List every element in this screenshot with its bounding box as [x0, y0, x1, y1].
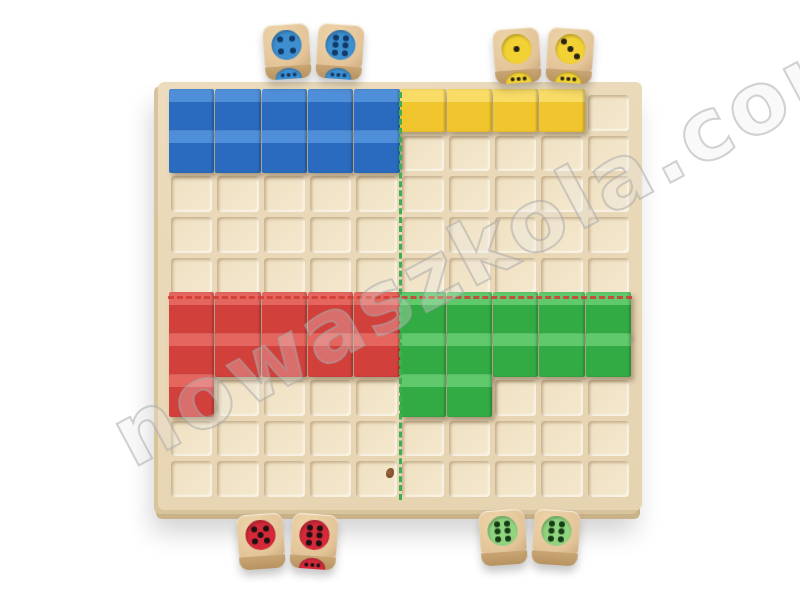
cell-r8c1 [171, 380, 212, 416]
horizontal-dashed-divider [168, 296, 632, 299]
blue-die-6 [315, 22, 365, 80]
die-pip [505, 535, 511, 541]
green-cube [493, 333, 538, 377]
cell-r10c4 [310, 461, 351, 497]
cell-r5c5 [356, 258, 397, 294]
die-pip [558, 536, 564, 542]
cell-r6c7 [449, 299, 490, 335]
cell-r8c10 [588, 380, 629, 416]
die-pip [494, 528, 500, 534]
cell-r9c9 [541, 421, 582, 457]
yellow-die-1 [492, 26, 542, 84]
cell-r2c9 [541, 136, 582, 172]
cell-r8c3 [264, 380, 305, 416]
cell-r3c6 [402, 176, 443, 212]
cell-r6c3 [264, 299, 305, 335]
die-pip [494, 521, 500, 527]
die-pip [567, 46, 573, 52]
cell-r9c4 [310, 421, 351, 457]
green-cube [447, 333, 492, 377]
blue-cube [215, 89, 260, 133]
cell-r4c2 [217, 217, 258, 253]
blue-cube [169, 89, 214, 133]
cell-r8c8 [495, 380, 536, 416]
cell-r7c10 [588, 339, 629, 375]
game-board [158, 82, 642, 510]
blue-die-front-face [275, 67, 302, 80]
blue-cube [354, 130, 399, 174]
yellow-die-front-face [505, 71, 532, 84]
cell-r1c8 [495, 95, 536, 131]
cell-r7c5 [356, 339, 397, 375]
die-pip [511, 77, 515, 81]
blue-cube [169, 130, 214, 174]
cell-r3c1 [171, 176, 212, 212]
cell-r4c1 [171, 217, 212, 253]
cell-r2c6 [402, 136, 443, 172]
blue-cube [308, 130, 353, 174]
yellow-dice-pair [494, 28, 593, 83]
green-cube [447, 374, 492, 418]
cell-r5c7 [449, 258, 490, 294]
red-cube [215, 333, 260, 377]
die-pip [281, 73, 285, 77]
yellow-cube [400, 89, 445, 133]
red-cube [169, 374, 214, 418]
die-pip [292, 72, 296, 76]
cell-r3c10 [588, 176, 629, 212]
cell-r9c5 [356, 421, 397, 457]
cell-r2c8 [495, 136, 536, 172]
die-pip [317, 525, 323, 531]
cell-r5c4 [310, 258, 351, 294]
cell-r3c7 [449, 176, 490, 212]
blue-cube [262, 89, 307, 133]
green-cube [400, 374, 445, 418]
cell-r4c5 [356, 217, 397, 253]
cell-r8c7 [449, 380, 490, 416]
yellow-die-3 [545, 26, 595, 84]
cell-r6c8 [495, 299, 536, 335]
die-pip [305, 562, 309, 566]
die-pip [559, 521, 565, 527]
cell-r7c8 [495, 339, 536, 375]
cell-r6c2 [217, 299, 258, 335]
cell-r2c2 [217, 136, 258, 172]
die-pip [289, 36, 295, 42]
red-die-6 [289, 512, 339, 570]
blue-die-front-face [324, 67, 351, 80]
die-pip [342, 50, 348, 56]
cell-r7c4 [310, 339, 351, 375]
die-pip [561, 76, 565, 80]
die-pip [504, 527, 510, 533]
green-die-6 [478, 508, 528, 566]
die-pip [574, 53, 580, 59]
cell-r4c7 [449, 217, 490, 253]
cell-r10c7 [449, 461, 490, 497]
cell-r1c2 [217, 95, 258, 131]
cell-r3c8 [495, 176, 536, 212]
yellow-cube [447, 89, 492, 133]
red-die-face [298, 519, 330, 551]
cell-r4c10 [588, 217, 629, 253]
cell-r2c10 [588, 136, 629, 172]
green-die-face [540, 515, 572, 547]
cell-r6c10 [588, 299, 629, 335]
cell-r2c5 [356, 136, 397, 172]
cell-r3c2 [217, 176, 258, 212]
blue-die-face [324, 29, 356, 61]
die-pip [307, 524, 313, 530]
cell-r9c2 [217, 421, 258, 457]
die-pip [572, 77, 576, 81]
cell-r3c9 [541, 176, 582, 212]
cell-r2c3 [264, 136, 305, 172]
die-pip [342, 42, 348, 48]
die-pip [278, 48, 284, 54]
die-pip [289, 47, 295, 53]
die-pip [343, 35, 349, 41]
cell-r3c3 [264, 176, 305, 212]
cell-r10c1 [171, 461, 212, 497]
cell-r6c6 [402, 299, 443, 335]
die-pip [548, 535, 554, 541]
cell-r1c6 [402, 95, 443, 131]
die-pip [316, 532, 322, 538]
cell-r10c5 [356, 461, 397, 497]
die-pip [306, 539, 312, 545]
red-die-front-face [298, 557, 325, 570]
cell-r4c8 [495, 217, 536, 253]
die-pip [287, 73, 291, 77]
die-pip [332, 41, 338, 47]
blue-cube [215, 130, 260, 174]
cell-r10c2 [217, 461, 258, 497]
cell-r8c9 [541, 380, 582, 416]
cell-r4c4 [310, 217, 351, 253]
blue-dice-pair [264, 24, 363, 79]
cell-r9c8 [495, 421, 536, 457]
die-pip [561, 38, 567, 44]
die-pip [342, 73, 346, 77]
green-cube [400, 333, 445, 377]
blue-cube [354, 89, 399, 133]
cell-r4c9 [541, 217, 582, 253]
cell-r5c8 [495, 258, 536, 294]
cell-r10c8 [495, 461, 536, 497]
cell-r9c7 [449, 421, 490, 457]
cell-r5c1 [171, 258, 212, 294]
die-pip [549, 520, 555, 526]
red-die-face [245, 519, 277, 551]
cell-r7c2 [217, 339, 258, 375]
cell-r5c10 [588, 258, 629, 294]
cell-r6c1 [171, 299, 212, 335]
cell-r10c3 [264, 461, 305, 497]
red-cube [262, 333, 307, 377]
red-die-5 [236, 512, 286, 570]
cell-r4c3 [264, 217, 305, 253]
cell-r1c1 [171, 95, 212, 131]
die-pip [251, 526, 257, 532]
blue-die-face [271, 29, 303, 61]
die-pip [566, 77, 570, 81]
green-die-face [487, 515, 519, 547]
green-cube [539, 333, 584, 377]
cell-r10c10 [588, 461, 629, 497]
die-pip [336, 73, 340, 77]
die-pip [251, 539, 257, 545]
cell-r1c4 [310, 95, 351, 131]
die-pip [331, 72, 335, 76]
die-pip [264, 538, 270, 544]
die-pip [277, 37, 283, 43]
die-pip [332, 49, 338, 55]
blue-cube [262, 130, 307, 174]
green-cube [586, 333, 631, 377]
red-cube [308, 333, 353, 377]
cell-r3c4 [310, 176, 351, 212]
die-pip [495, 536, 501, 542]
cell-r6c9 [541, 299, 582, 335]
cell-r2c7 [449, 136, 490, 172]
yellow-cube [493, 89, 538, 133]
die-pip [513, 46, 519, 52]
die-pip [310, 563, 314, 567]
cell-r9c10 [588, 421, 629, 457]
die-pip [333, 34, 339, 40]
die-pip [306, 531, 312, 537]
yellow-die-face [554, 33, 586, 65]
die-pip [548, 527, 554, 533]
cell-r4c6 [402, 217, 443, 253]
cell-r10c6 [402, 461, 443, 497]
cell-r7c6 [402, 339, 443, 375]
cell-r6c4 [310, 299, 351, 335]
green-die-6 [531, 508, 581, 566]
die-pip [517, 77, 521, 81]
die-pip [257, 532, 263, 538]
cell-r6c5 [356, 299, 397, 335]
yellow-die-face [501, 33, 533, 65]
yellow-cube [539, 89, 584, 133]
blue-cube [308, 89, 353, 133]
cell-r8c2 [217, 380, 258, 416]
die-pip [504, 520, 510, 526]
cell-r9c1 [171, 421, 212, 457]
red-cube [354, 333, 399, 377]
die-pip [316, 540, 322, 546]
yellow-die-front-face [554, 71, 581, 84]
cell-r5c6 [402, 258, 443, 294]
cell-r1c7 [449, 95, 490, 131]
green-dice-pair [480, 510, 579, 565]
cell-r8c6 [402, 380, 443, 416]
red-dice-pair [238, 514, 337, 569]
product-photo-stage: nowaszkola.com [0, 0, 800, 600]
red-cube [169, 333, 214, 377]
cell-r1c10 [588, 95, 629, 131]
cell-r10c9 [541, 461, 582, 497]
cell-r7c3 [264, 339, 305, 375]
cell-r7c7 [449, 339, 490, 375]
cell-r7c9 [541, 339, 582, 375]
cell-r5c3 [264, 258, 305, 294]
cell-r1c3 [264, 95, 305, 131]
cell-r8c5 [356, 380, 397, 416]
cell-r2c4 [310, 136, 351, 172]
blue-die-4 [262, 22, 312, 80]
die-pip [522, 76, 526, 80]
cell-r2c1 [171, 136, 212, 172]
die-pip [263, 525, 269, 531]
cell-r7c1 [171, 339, 212, 375]
cell-r8c4 [310, 380, 351, 416]
cell-r3c5 [356, 176, 397, 212]
cell-r1c5 [356, 95, 397, 131]
cell-r9c3 [264, 421, 305, 457]
cell-r1c9 [541, 95, 582, 131]
cell-r5c2 [217, 258, 258, 294]
die-pip [316, 563, 320, 567]
cell-r9c6 [402, 421, 443, 457]
die-pip [558, 528, 564, 534]
cell-r5c9 [541, 258, 582, 294]
